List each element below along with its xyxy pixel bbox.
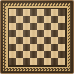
square-f8[interactable] bbox=[44, 9, 51, 16]
square-a7[interactable] bbox=[9, 16, 16, 23]
square-e6[interactable] bbox=[37, 23, 44, 30]
square-d4[interactable] bbox=[30, 37, 37, 44]
square-a3[interactable] bbox=[9, 44, 16, 51]
square-a6[interactable] bbox=[9, 23, 16, 30]
square-c4[interactable] bbox=[23, 37, 30, 44]
square-f3[interactable] bbox=[44, 44, 51, 51]
square-f4[interactable] bbox=[44, 37, 51, 44]
square-a5[interactable] bbox=[9, 30, 16, 37]
square-e2[interactable] bbox=[37, 51, 44, 58]
square-f1[interactable] bbox=[44, 58, 51, 65]
square-h2[interactable] bbox=[58, 51, 65, 58]
square-h3[interactable] bbox=[58, 44, 65, 51]
square-g1[interactable] bbox=[51, 58, 58, 65]
board-photo bbox=[0, 0, 74, 74]
square-c1[interactable] bbox=[23, 58, 30, 65]
square-a2[interactable] bbox=[9, 51, 16, 58]
square-a8[interactable] bbox=[9, 9, 16, 16]
square-e3[interactable] bbox=[37, 44, 44, 51]
square-b6[interactable] bbox=[16, 23, 23, 30]
square-b8[interactable] bbox=[16, 9, 23, 16]
square-g7[interactable] bbox=[51, 16, 58, 23]
square-b7[interactable] bbox=[16, 16, 23, 23]
square-g8[interactable] bbox=[51, 9, 58, 16]
square-g4[interactable] bbox=[51, 37, 58, 44]
square-e8[interactable] bbox=[37, 9, 44, 16]
square-h8[interactable] bbox=[58, 9, 65, 16]
square-f7[interactable] bbox=[44, 16, 51, 23]
square-b4[interactable] bbox=[16, 37, 23, 44]
square-e1[interactable] bbox=[37, 58, 44, 65]
square-g6[interactable] bbox=[51, 23, 58, 30]
square-a4[interactable] bbox=[9, 37, 16, 44]
square-c2[interactable] bbox=[23, 51, 30, 58]
square-h6[interactable] bbox=[58, 23, 65, 30]
square-e4[interactable] bbox=[37, 37, 44, 44]
square-d1[interactable] bbox=[30, 58, 37, 65]
square-f5[interactable] bbox=[44, 30, 51, 37]
square-b3[interactable] bbox=[16, 44, 23, 51]
square-d5[interactable] bbox=[30, 30, 37, 37]
chessboard-grid bbox=[9, 9, 65, 65]
square-g5[interactable] bbox=[51, 30, 58, 37]
square-c5[interactable] bbox=[23, 30, 30, 37]
square-e5[interactable] bbox=[37, 30, 44, 37]
square-a1[interactable] bbox=[9, 58, 16, 65]
square-d3[interactable] bbox=[30, 44, 37, 51]
square-e7[interactable] bbox=[37, 16, 44, 23]
square-b1[interactable] bbox=[16, 58, 23, 65]
square-h5[interactable] bbox=[58, 30, 65, 37]
square-h4[interactable] bbox=[58, 37, 65, 44]
square-c6[interactable] bbox=[23, 23, 30, 30]
square-d6[interactable] bbox=[30, 23, 37, 30]
square-g2[interactable] bbox=[51, 51, 58, 58]
square-f2[interactable] bbox=[44, 51, 51, 58]
square-b5[interactable] bbox=[16, 30, 23, 37]
square-f6[interactable] bbox=[44, 23, 51, 30]
square-c8[interactable] bbox=[23, 9, 30, 16]
square-d8[interactable] bbox=[30, 9, 37, 16]
square-g3[interactable] bbox=[51, 44, 58, 51]
square-h1[interactable] bbox=[58, 58, 65, 65]
square-b2[interactable] bbox=[16, 51, 23, 58]
square-c7[interactable] bbox=[23, 16, 30, 23]
square-d2[interactable] bbox=[30, 51, 37, 58]
square-c3[interactable] bbox=[23, 44, 30, 51]
square-d7[interactable] bbox=[30, 16, 37, 23]
square-h7[interactable] bbox=[58, 16, 65, 23]
